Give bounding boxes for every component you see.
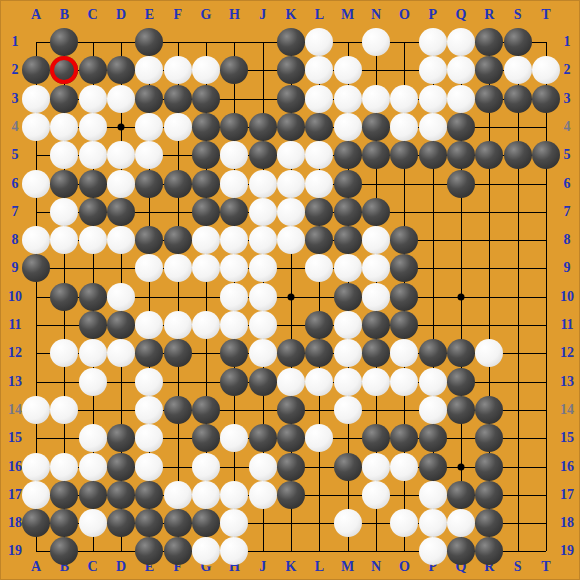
stone-B18[interactable] <box>50 509 78 537</box>
stone-E16[interactable] <box>135 453 163 481</box>
row-label-right: 10 <box>560 290 574 304</box>
row-label-left: 14 <box>8 403 22 417</box>
stone-R16[interactable] <box>475 453 503 481</box>
column-label-top: C <box>88 8 98 22</box>
stone-C12[interactable] <box>79 339 107 367</box>
stone-H7[interactable] <box>220 198 248 226</box>
stone-L13[interactable] <box>305 368 333 396</box>
row-label-right: 3 <box>564 92 571 106</box>
column-label-top: Q <box>456 8 467 22</box>
row-label-left: 17 <box>8 488 22 502</box>
stone-J4[interactable] <box>249 113 277 141</box>
stone-F8[interactable] <box>164 226 192 254</box>
stone-M12[interactable] <box>334 339 362 367</box>
column-label-top: E <box>145 8 154 22</box>
stone-B10[interactable] <box>50 283 78 311</box>
stone-J7[interactable] <box>249 198 277 226</box>
stone-K17[interactable] <box>277 481 305 509</box>
row-label-left: 10 <box>8 290 22 304</box>
stone-B3[interactable] <box>50 85 78 113</box>
stone-C3[interactable] <box>79 85 107 113</box>
stone-H12[interactable] <box>220 339 248 367</box>
stone-Q13[interactable] <box>447 368 475 396</box>
stone-O8[interactable] <box>390 226 418 254</box>
column-label-top: G <box>201 8 212 22</box>
stone-B6[interactable] <box>50 170 78 198</box>
row-label-left: 2 <box>12 63 19 77</box>
stone-S3[interactable] <box>504 85 532 113</box>
stone-O15[interactable] <box>390 424 418 452</box>
stone-N12[interactable] <box>362 339 390 367</box>
stone-F2[interactable] <box>164 56 192 84</box>
stone-H8[interactable] <box>220 226 248 254</box>
row-label-right: 7 <box>564 205 571 219</box>
column-label-top: O <box>399 8 410 22</box>
stone-A18[interactable] <box>22 509 50 537</box>
stone-C6[interactable] <box>79 170 107 198</box>
stone-M11[interactable] <box>334 311 362 339</box>
stone-R15[interactable] <box>475 424 503 452</box>
stone-F12[interactable] <box>164 339 192 367</box>
stone-G3[interactable] <box>192 85 220 113</box>
stone-O9[interactable] <box>390 254 418 282</box>
stone-F18[interactable] <box>164 509 192 537</box>
stone-K16[interactable] <box>277 453 305 481</box>
stone-J15[interactable] <box>249 424 277 452</box>
stone-Q3[interactable] <box>447 85 475 113</box>
stone-P17[interactable] <box>419 481 447 509</box>
go-board: AABBCCDDEEFFGGHHJJKKLLMMNNOOPPQQRRSSTT11… <box>0 0 580 580</box>
stone-G19[interactable] <box>192 537 220 565</box>
stone-C11[interactable] <box>79 311 107 339</box>
row-label-left: 5 <box>12 148 19 162</box>
stone-E3[interactable] <box>135 85 163 113</box>
stone-P4[interactable] <box>419 113 447 141</box>
stone-A2[interactable] <box>22 56 50 84</box>
stone-P14[interactable] <box>419 396 447 424</box>
stone-O13[interactable] <box>390 368 418 396</box>
stone-R3[interactable] <box>475 85 503 113</box>
stone-J8[interactable] <box>249 226 277 254</box>
stone-H17[interactable] <box>220 481 248 509</box>
stone-L5[interactable] <box>305 141 333 169</box>
stone-B16[interactable] <box>50 453 78 481</box>
stone-L2[interactable] <box>305 56 333 84</box>
stone-N11[interactable] <box>362 311 390 339</box>
row-label-right: 16 <box>560 460 574 474</box>
stone-G7[interactable] <box>192 198 220 226</box>
stone-H11[interactable] <box>220 311 248 339</box>
stone-E12[interactable] <box>135 339 163 367</box>
stone-E1[interactable] <box>135 28 163 56</box>
stone-K12[interactable] <box>277 339 305 367</box>
row-label-right: 5 <box>564 148 571 162</box>
row-label-left: 3 <box>12 92 19 106</box>
stone-H5[interactable] <box>220 141 248 169</box>
stone-M16[interactable] <box>334 453 362 481</box>
stone-F9[interactable] <box>164 254 192 282</box>
column-label-bottom: O <box>399 560 410 574</box>
stone-O5[interactable] <box>390 141 418 169</box>
stone-C17[interactable] <box>79 481 107 509</box>
stone-G2[interactable] <box>192 56 220 84</box>
stone-K7[interactable] <box>277 198 305 226</box>
stone-Q1[interactable] <box>447 28 475 56</box>
stone-L9[interactable] <box>305 254 333 282</box>
stone-R2[interactable] <box>475 56 503 84</box>
stone-P12[interactable] <box>419 339 447 367</box>
stone-N3[interactable] <box>362 85 390 113</box>
row-label-left: 11 <box>8 318 21 332</box>
row-label-left: 15 <box>8 431 22 445</box>
stone-D12[interactable] <box>107 339 135 367</box>
stone-E6[interactable] <box>135 170 163 198</box>
stone-H18[interactable] <box>220 509 248 537</box>
stone-P16[interactable] <box>419 453 447 481</box>
stone-S2[interactable] <box>504 56 532 84</box>
row-label-right: 17 <box>560 488 574 502</box>
stone-M5[interactable] <box>334 141 362 169</box>
row-label-right: 19 <box>560 544 574 558</box>
stone-D8[interactable] <box>107 226 135 254</box>
stone-N13[interactable] <box>362 368 390 396</box>
stone-L7[interactable] <box>305 198 333 226</box>
stone-G8[interactable] <box>192 226 220 254</box>
stone-A8[interactable] <box>22 226 50 254</box>
stone-F6[interactable] <box>164 170 192 198</box>
stone-H6[interactable] <box>220 170 248 198</box>
row-label-left: 9 <box>12 261 19 275</box>
stone-G4[interactable] <box>192 113 220 141</box>
stone-N17[interactable] <box>362 481 390 509</box>
stone-D15[interactable] <box>107 424 135 452</box>
stone-F14[interactable] <box>164 396 192 424</box>
column-label-top: L <box>315 8 324 22</box>
stone-C4[interactable] <box>79 113 107 141</box>
row-label-left: 1 <box>12 35 19 49</box>
stone-H19[interactable] <box>220 537 248 565</box>
stone-K2[interactable] <box>277 56 305 84</box>
stone-L11[interactable] <box>305 311 333 339</box>
stone-J13[interactable] <box>249 368 277 396</box>
stone-H2[interactable] <box>220 56 248 84</box>
stone-G15[interactable] <box>192 424 220 452</box>
column-label-top: T <box>541 8 550 22</box>
stone-O3[interactable] <box>390 85 418 113</box>
stone-B14[interactable] <box>50 396 78 424</box>
stone-N5[interactable] <box>362 141 390 169</box>
row-label-right: 1 <box>564 35 571 49</box>
column-label-bottom: L <box>315 560 324 574</box>
stone-M2[interactable] <box>334 56 362 84</box>
row-label-left: 4 <box>12 120 19 134</box>
stone-Q4[interactable] <box>447 113 475 141</box>
stone-E14[interactable] <box>135 396 163 424</box>
stone-D11[interactable] <box>107 311 135 339</box>
row-label-left: 16 <box>8 460 22 474</box>
stone-M8[interactable] <box>334 226 362 254</box>
row-label-right: 11 <box>560 318 573 332</box>
row-label-left: 19 <box>8 544 22 558</box>
stone-M13[interactable] <box>334 368 362 396</box>
row-label-right: 8 <box>564 233 571 247</box>
grid-line-vertical <box>518 42 519 551</box>
stone-Q12[interactable] <box>447 339 475 367</box>
stone-E13[interactable] <box>135 368 163 396</box>
stone-F11[interactable] <box>164 311 192 339</box>
stone-L6[interactable] <box>305 170 333 198</box>
stone-R1[interactable] <box>475 28 503 56</box>
stone-C7[interactable] <box>79 198 107 226</box>
stone-A14[interactable] <box>22 396 50 424</box>
stone-R14[interactable] <box>475 396 503 424</box>
stone-O16[interactable] <box>390 453 418 481</box>
stone-F17[interactable] <box>164 481 192 509</box>
stone-Q17[interactable] <box>447 481 475 509</box>
stone-P2[interactable] <box>419 56 447 84</box>
stone-Q5[interactable] <box>447 141 475 169</box>
stone-R12[interactable] <box>475 339 503 367</box>
stone-E18[interactable] <box>135 509 163 537</box>
stone-B19[interactable] <box>50 537 78 565</box>
column-label-bottom: N <box>371 560 381 574</box>
grid-line-vertical <box>546 42 547 551</box>
stone-N16[interactable] <box>362 453 390 481</box>
stone-D7[interactable] <box>107 198 135 226</box>
column-label-bottom: C <box>88 560 98 574</box>
stone-B12[interactable] <box>50 339 78 367</box>
stone-J5[interactable] <box>249 141 277 169</box>
stone-B7[interactable] <box>50 198 78 226</box>
stone-D18[interactable] <box>107 509 135 537</box>
stone-H15[interactable] <box>220 424 248 452</box>
stone-D17[interactable] <box>107 481 135 509</box>
row-label-right: 4 <box>564 120 571 134</box>
star-point <box>117 123 124 130</box>
stone-M18[interactable] <box>334 509 362 537</box>
stone-H4[interactable] <box>220 113 248 141</box>
stone-P13[interactable] <box>419 368 447 396</box>
column-label-bottom: K <box>286 560 297 574</box>
stone-C15[interactable] <box>79 424 107 452</box>
stone-A6[interactable] <box>22 170 50 198</box>
stone-Q14[interactable] <box>447 396 475 424</box>
stone-O18[interactable] <box>390 509 418 537</box>
stone-E4[interactable] <box>135 113 163 141</box>
stone-M9[interactable] <box>334 254 362 282</box>
stone-E5[interactable] <box>135 141 163 169</box>
column-label-top: J <box>259 8 266 22</box>
stone-C13[interactable] <box>79 368 107 396</box>
stone-N9[interactable] <box>362 254 390 282</box>
stone-J16[interactable] <box>249 453 277 481</box>
stone-L3[interactable] <box>305 85 333 113</box>
stone-R18[interactable] <box>475 509 503 537</box>
stone-Q18[interactable] <box>447 509 475 537</box>
stone-M7[interactable] <box>334 198 362 226</box>
stone-J6[interactable] <box>249 170 277 198</box>
stone-C18[interactable] <box>79 509 107 537</box>
stone-E19[interactable] <box>135 537 163 565</box>
stone-P5[interactable] <box>419 141 447 169</box>
stone-T3[interactable] <box>532 85 560 113</box>
stone-D16[interactable] <box>107 453 135 481</box>
stone-K15[interactable] <box>277 424 305 452</box>
stone-K13[interactable] <box>277 368 305 396</box>
stone-N15[interactable] <box>362 424 390 452</box>
stone-G16[interactable] <box>192 453 220 481</box>
stone-A16[interactable] <box>22 453 50 481</box>
stone-T5[interactable] <box>532 141 560 169</box>
row-label-right: 15 <box>560 431 574 445</box>
stone-K5[interactable] <box>277 141 305 169</box>
row-label-right: 18 <box>560 516 574 530</box>
stone-Q2[interactable] <box>447 56 475 84</box>
stone-P3[interactable] <box>419 85 447 113</box>
column-label-top: P <box>428 8 437 22</box>
stone-G14[interactable] <box>192 396 220 424</box>
stone-C5[interactable] <box>79 141 107 169</box>
stone-G5[interactable] <box>192 141 220 169</box>
column-label-bottom: M <box>341 560 354 574</box>
stone-M3[interactable] <box>334 85 362 113</box>
column-label-bottom: J <box>259 560 266 574</box>
stone-R19[interactable] <box>475 537 503 565</box>
stone-M4[interactable] <box>334 113 362 141</box>
stone-L8[interactable] <box>305 226 333 254</box>
stone-P1[interactable] <box>419 28 447 56</box>
stone-A17[interactable] <box>22 481 50 509</box>
stone-H10[interactable] <box>220 283 248 311</box>
stone-B1[interactable] <box>50 28 78 56</box>
stone-E15[interactable] <box>135 424 163 452</box>
stone-M6[interactable] <box>334 170 362 198</box>
stone-C10[interactable] <box>79 283 107 311</box>
stone-J11[interactable] <box>249 311 277 339</box>
stone-D5[interactable] <box>107 141 135 169</box>
stone-S1[interactable] <box>504 28 532 56</box>
stone-D6[interactable] <box>107 170 135 198</box>
stone-E11[interactable] <box>135 311 163 339</box>
stone-D2[interactable] <box>107 56 135 84</box>
column-label-top: H <box>229 8 240 22</box>
stone-E8[interactable] <box>135 226 163 254</box>
stone-R17[interactable] <box>475 481 503 509</box>
stone-J10[interactable] <box>249 283 277 311</box>
row-label-right: 6 <box>564 177 571 191</box>
stone-Q6[interactable] <box>447 170 475 198</box>
stone-G6[interactable] <box>192 170 220 198</box>
stone-J9[interactable] <box>249 254 277 282</box>
stone-N10[interactable] <box>362 283 390 311</box>
stone-M10[interactable] <box>334 283 362 311</box>
row-label-right: 14 <box>560 403 574 417</box>
stone-B17[interactable] <box>50 481 78 509</box>
stone-B5[interactable] <box>50 141 78 169</box>
stone-P19[interactable] <box>419 537 447 565</box>
stone-O12[interactable] <box>390 339 418 367</box>
row-label-left: 13 <box>8 375 22 389</box>
stone-C16[interactable] <box>79 453 107 481</box>
stone-O4[interactable] <box>390 113 418 141</box>
stone-D3[interactable] <box>107 85 135 113</box>
stone-A4[interactable] <box>22 113 50 141</box>
stone-A3[interactable] <box>22 85 50 113</box>
stone-G17[interactable] <box>192 481 220 509</box>
stone-E2[interactable] <box>135 56 163 84</box>
stone-B8[interactable] <box>50 226 78 254</box>
stone-L4[interactable] <box>305 113 333 141</box>
stone-N8[interactable] <box>362 226 390 254</box>
stone-G18[interactable] <box>192 509 220 537</box>
stone-F3[interactable] <box>164 85 192 113</box>
stone-L12[interactable] <box>305 339 333 367</box>
stone-N1[interactable] <box>362 28 390 56</box>
column-label-bottom: D <box>116 560 126 574</box>
stone-S5[interactable] <box>504 141 532 169</box>
row-label-left: 7 <box>12 205 19 219</box>
stone-L15[interactable] <box>305 424 333 452</box>
stone-T2[interactable] <box>532 56 560 84</box>
row-label-left: 12 <box>8 346 22 360</box>
row-label-right: 9 <box>564 261 571 275</box>
row-label-right: 13 <box>560 375 574 389</box>
star-point <box>287 293 294 300</box>
last-move-marker <box>50 56 78 84</box>
column-label-top: A <box>31 8 41 22</box>
column-label-top: D <box>116 8 126 22</box>
stone-E17[interactable] <box>135 481 163 509</box>
stone-H9[interactable] <box>220 254 248 282</box>
stone-K8[interactable] <box>277 226 305 254</box>
row-label-right: 12 <box>560 346 574 360</box>
stone-C8[interactable] <box>79 226 107 254</box>
stone-H13[interactable] <box>220 368 248 396</box>
stone-M14[interactable] <box>334 396 362 424</box>
stone-N4[interactable] <box>362 113 390 141</box>
stone-P15[interactable] <box>419 424 447 452</box>
stone-K4[interactable] <box>277 113 305 141</box>
stone-K14[interactable] <box>277 396 305 424</box>
stone-K3[interactable] <box>277 85 305 113</box>
stone-K1[interactable] <box>277 28 305 56</box>
stone-Q19[interactable] <box>447 537 475 565</box>
stone-D10[interactable] <box>107 283 135 311</box>
stone-F19[interactable] <box>164 537 192 565</box>
stone-J12[interactable] <box>249 339 277 367</box>
column-label-top: S <box>514 8 522 22</box>
stone-P18[interactable] <box>419 509 447 537</box>
stone-C2[interactable] <box>79 56 107 84</box>
stone-O10[interactable] <box>390 283 418 311</box>
stone-J17[interactable] <box>249 481 277 509</box>
stone-A9[interactable] <box>22 254 50 282</box>
stone-B4[interactable] <box>50 113 78 141</box>
column-label-top: M <box>341 8 354 22</box>
row-label-right: 2 <box>564 63 571 77</box>
stone-G11[interactable] <box>192 311 220 339</box>
stone-E9[interactable] <box>135 254 163 282</box>
stone-O11[interactable] <box>390 311 418 339</box>
stone-L1[interactable] <box>305 28 333 56</box>
stone-N7[interactable] <box>362 198 390 226</box>
stone-R5[interactable] <box>475 141 503 169</box>
column-label-top: N <box>371 8 381 22</box>
stone-K6[interactable] <box>277 170 305 198</box>
column-label-bottom: T <box>541 560 550 574</box>
stone-F4[interactable] <box>164 113 192 141</box>
stone-G9[interactable] <box>192 254 220 282</box>
